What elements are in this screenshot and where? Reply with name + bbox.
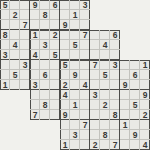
sudoku-cell-empty[interactable]: [90, 50, 100, 60]
sudoku-cell-given[interactable]: 4: [100, 40, 110, 50]
sudoku-cell-given[interactable]: 3: [80, 0, 90, 10]
sudoku-cell-empty[interactable]: [90, 80, 100, 90]
sudoku-cell-empty[interactable]: [20, 10, 30, 20]
sudoku-cell-empty[interactable]: [70, 0, 80, 10]
sudoku-cell-empty[interactable]: [90, 70, 100, 80]
triple-sudoku-board: 5963281798127643543453573156956132494398…: [0, 0, 150, 150]
sudoku-cell-given[interactable]: 2: [10, 10, 20, 20]
sudoku-cell-given[interactable]: 6: [50, 0, 60, 10]
sudoku-cell-given[interactable]: 9: [60, 20, 70, 30]
sudoku-cell-given[interactable]: 9: [70, 70, 80, 80]
sudoku-cell-empty[interactable]: [60, 40, 70, 50]
sudoku-cell-empty[interactable]: [70, 80, 80, 90]
sudoku-cell-given[interactable]: 2: [100, 100, 110, 110]
sudoku-cell-given[interactable]: 1: [140, 60, 150, 70]
sudoku-cell-given[interactable]: 8: [0, 30, 10, 40]
sudoku-cell-given[interactable]: 9: [120, 80, 130, 90]
sudoku-cell-empty[interactable]: [20, 50, 30, 60]
sudoku-cell-empty[interactable]: [70, 110, 80, 120]
sudoku-cell-empty[interactable]: [30, 60, 40, 70]
sudoku-cell-empty[interactable]: [30, 100, 40, 110]
sudoku-cell-given[interactable]: 6: [40, 70, 50, 80]
sudoku-cell-given[interactable]: 8: [40, 100, 50, 110]
sudoku-cell-empty[interactable]: [10, 80, 20, 90]
sudoku-cell-given[interactable]: 3: [110, 60, 120, 70]
sudoku-cell-empty[interactable]: [60, 120, 70, 130]
sudoku-cell-given[interactable]: 3: [90, 90, 100, 100]
sudoku-cell-empty[interactable]: [80, 70, 90, 80]
sudoku-cell-given[interactable]: 6: [130, 70, 140, 80]
sudoku-cell-empty[interactable]: [110, 40, 120, 50]
sudoku-cell-given[interactable]: 3: [40, 40, 50, 50]
sudoku-cell-given[interactable]: 4: [30, 50, 40, 60]
sudoku-cell-empty[interactable]: [80, 60, 90, 70]
sudoku-cell-empty[interactable]: [120, 100, 130, 110]
sudoku-cell-given[interactable]: 5: [60, 60, 70, 70]
sudoku-cell-empty[interactable]: [50, 80, 60, 90]
sudoku-cell-empty[interactable]: [70, 60, 80, 70]
sudoku-cell-empty[interactable]: [30, 40, 40, 50]
sudoku-cell-empty[interactable]: [130, 140, 140, 150]
sudoku-cell-empty[interactable]: [40, 20, 50, 30]
sudoku-cell-empty[interactable]: [80, 100, 90, 110]
sudoku-cell-given[interactable]: 1: [120, 120, 130, 130]
sudoku-cell-given[interactable]: 7: [90, 60, 100, 70]
sudoku-cell-empty[interactable]: [100, 50, 110, 60]
sudoku-cell-given[interactable]: 9: [130, 130, 140, 140]
sudoku-cell-given[interactable]: 4: [140, 140, 150, 150]
sudoku-cell-empty[interactable]: [60, 30, 70, 40]
sudoku-cell-empty[interactable]: [130, 80, 140, 90]
sudoku-cell-given[interactable]: 7: [30, 110, 40, 120]
sudoku-cell-empty[interactable]: [50, 90, 60, 100]
sudoku-cell-empty[interactable]: [80, 10, 90, 20]
sudoku-cell-empty[interactable]: [100, 120, 110, 130]
sudoku-cell-given[interactable]: 5: [50, 50, 60, 60]
sudoku-cell-given[interactable]: 7: [80, 120, 90, 130]
sudoku-cell-empty[interactable]: [50, 70, 60, 80]
sudoku-cell-empty[interactable]: [30, 10, 40, 20]
sudoku-cell-empty[interactable]: [130, 90, 140, 100]
sudoku-cell-empty[interactable]: [100, 140, 110, 150]
sudoku-cell-empty[interactable]: [80, 40, 90, 50]
clue-digit-layer: 5963281798127643543453573156956132494398…: [0, 0, 150, 150]
sudoku-cell-empty[interactable]: [50, 100, 60, 110]
sudoku-cell-empty[interactable]: [60, 70, 70, 80]
sudoku-cell-given[interactable]: 4: [60, 90, 70, 100]
sudoku-cell-empty[interactable]: [100, 30, 110, 40]
sudoku-cell-empty[interactable]: [10, 20, 20, 30]
sudoku-cell-empty[interactable]: [80, 90, 90, 100]
sudoku-cell-empty[interactable]: [20, 40, 30, 50]
sudoku-cell-given[interactable]: 7: [80, 30, 90, 40]
sudoku-cell-empty[interactable]: [110, 90, 120, 100]
sudoku-cell-empty[interactable]: [10, 60, 20, 70]
sudoku-cell-given[interactable]: 7: [110, 140, 120, 150]
sudoku-cell-empty[interactable]: [0, 10, 10, 20]
sudoku-cell-empty[interactable]: [100, 80, 110, 90]
sudoku-cell-empty[interactable]: [40, 30, 50, 40]
sudoku-cell-given[interactable]: 6: [110, 30, 120, 40]
sudoku-cell-given[interactable]: 3: [0, 50, 10, 60]
sudoku-cell-empty[interactable]: [80, 130, 90, 140]
sudoku-cell-given[interactable]: 5: [70, 40, 80, 50]
sudoku-cell-empty[interactable]: [20, 30, 30, 40]
sudoku-cell-given[interactable]: 9: [30, 0, 40, 10]
sudoku-cell-empty[interactable]: [70, 20, 80, 30]
sudoku-cell-given[interactable]: 2: [140, 110, 150, 120]
sudoku-cell-empty[interactable]: [30, 20, 40, 30]
sudoku-cell-empty[interactable]: [60, 100, 70, 110]
sudoku-cell-empty[interactable]: [70, 50, 80, 60]
sudoku-cell-empty[interactable]: [80, 20, 90, 30]
sudoku-cell-given[interactable]: 7: [20, 20, 30, 30]
sudoku-cell-empty[interactable]: [130, 120, 140, 130]
sudoku-cell-given[interactable]: 1: [0, 80, 10, 90]
sudoku-cell-empty[interactable]: [0, 70, 10, 80]
sudoku-cell-given[interactable]: 4: [10, 40, 20, 50]
sudoku-cell-empty[interactable]: [100, 60, 110, 70]
sudoku-cell-empty[interactable]: [140, 120, 150, 130]
sudoku-cell-empty[interactable]: [80, 50, 90, 60]
sudoku-cell-empty[interactable]: [60, 10, 70, 20]
sudoku-cell-given[interactable]: 3: [30, 80, 40, 90]
sudoku-cell-empty[interactable]: [110, 100, 120, 110]
sudoku-cell-given[interactable]: 2: [60, 80, 70, 90]
sudoku-cell-empty[interactable]: [0, 20, 10, 30]
sudoku-cell-empty[interactable]: [60, 0, 70, 10]
sudoku-cell-empty[interactable]: [90, 120, 100, 130]
sudoku-cell-empty[interactable]: [110, 70, 120, 80]
sudoku-cell-empty[interactable]: [40, 60, 50, 70]
sudoku-cell-empty[interactable]: [50, 40, 60, 50]
sudoku-cell-empty[interactable]: [80, 140, 90, 150]
sudoku-cell-empty[interactable]: [70, 90, 80, 100]
sudoku-cell-empty[interactable]: [30, 70, 40, 80]
sudoku-cell-empty[interactable]: [40, 90, 50, 100]
sudoku-cell-empty[interactable]: [50, 10, 60, 20]
sudoku-cell-given[interactable]: 5: [0, 0, 10, 10]
sudoku-cell-given[interactable]: 9: [60, 110, 70, 120]
sudoku-cell-empty[interactable]: [100, 110, 110, 120]
sudoku-cell-empty[interactable]: [90, 100, 100, 110]
sudoku-cell-empty[interactable]: [70, 30, 80, 40]
sudoku-cell-empty[interactable]: [10, 50, 20, 60]
sudoku-cell-empty[interactable]: [20, 70, 30, 80]
sudoku-cell-empty[interactable]: [120, 60, 130, 70]
sudoku-cell-empty[interactable]: [0, 40, 10, 50]
sudoku-cell-given[interactable]: 1: [60, 140, 70, 150]
sudoku-cell-empty[interactable]: [20, 0, 30, 10]
sudoku-cell-given[interactable]: 1: [70, 100, 80, 110]
sudoku-cell-empty[interactable]: [110, 130, 120, 140]
sudoku-cell-empty[interactable]: [90, 30, 100, 40]
sudoku-cell-empty[interactable]: [70, 120, 80, 130]
sudoku-cell-empty[interactable]: [110, 120, 120, 130]
sudoku-cell-given[interactable]: 3: [70, 130, 80, 140]
sudoku-cell-given[interactable]: 8: [110, 110, 120, 120]
sudoku-cell-empty[interactable]: [40, 110, 50, 120]
sudoku-cell-given[interactable]: 5: [130, 100, 140, 110]
sudoku-cell-empty[interactable]: [120, 130, 130, 140]
sudoku-cell-empty[interactable]: [110, 50, 120, 60]
sudoku-cell-empty[interactable]: [90, 130, 100, 140]
sudoku-cell-given[interactable]: 8: [100, 130, 110, 140]
sudoku-cell-empty[interactable]: [60, 130, 70, 140]
sudoku-cell-empty[interactable]: [40, 80, 50, 90]
sudoku-cell-given[interactable]: 9: [140, 90, 150, 100]
sudoku-cell-empty[interactable]: [120, 140, 130, 150]
sudoku-cell-empty[interactable]: [120, 110, 130, 120]
sudoku-cell-given[interactable]: 2: [90, 140, 100, 150]
sudoku-cell-empty[interactable]: [140, 70, 150, 80]
sudoku-cell-given[interactable]: 3: [20, 60, 30, 70]
sudoku-cell-given[interactable]: 1: [30, 30, 40, 40]
sudoku-cell-empty[interactable]: [120, 90, 130, 100]
sudoku-cell-given[interactable]: 1: [70, 10, 80, 20]
sudoku-cell-given[interactable]: 5: [100, 70, 110, 80]
sudoku-cell-empty[interactable]: [10, 0, 20, 10]
sudoku-cell-empty[interactable]: [0, 60, 10, 70]
sudoku-cell-empty[interactable]: [110, 80, 120, 90]
sudoku-cell-given[interactable]: 4: [80, 80, 90, 90]
sudoku-cell-empty[interactable]: [40, 50, 50, 60]
sudoku-cell-empty[interactable]: [140, 130, 150, 140]
sudoku-cell-empty[interactable]: [140, 80, 150, 90]
sudoku-cell-empty[interactable]: [130, 60, 140, 70]
sudoku-cell-empty[interactable]: [50, 60, 60, 70]
sudoku-cell-given[interactable]: 2: [50, 30, 60, 40]
sudoku-cell-empty[interactable]: [70, 140, 80, 150]
sudoku-cell-empty[interactable]: [20, 80, 30, 90]
sudoku-cell-empty[interactable]: [60, 50, 70, 60]
sudoku-cell-empty[interactable]: [120, 70, 130, 80]
sudoku-cell-empty[interactable]: [100, 90, 110, 100]
sudoku-cell-given[interactable]: 8: [40, 10, 50, 20]
sudoku-cell-empty[interactable]: [90, 110, 100, 120]
sudoku-cell-empty[interactable]: [10, 30, 20, 40]
sudoku-cell-empty[interactable]: [50, 110, 60, 120]
sudoku-cell-empty[interactable]: [130, 110, 140, 120]
sudoku-cell-given[interactable]: 5: [10, 70, 20, 80]
sudoku-cell-empty[interactable]: [80, 110, 90, 120]
sudoku-cell-empty[interactable]: [30, 90, 40, 100]
sudoku-cell-empty[interactable]: [140, 100, 150, 110]
sudoku-cell-empty[interactable]: [50, 20, 60, 30]
sudoku-cell-empty[interactable]: [90, 40, 100, 50]
sudoku-cell-empty[interactable]: [40, 0, 50, 10]
